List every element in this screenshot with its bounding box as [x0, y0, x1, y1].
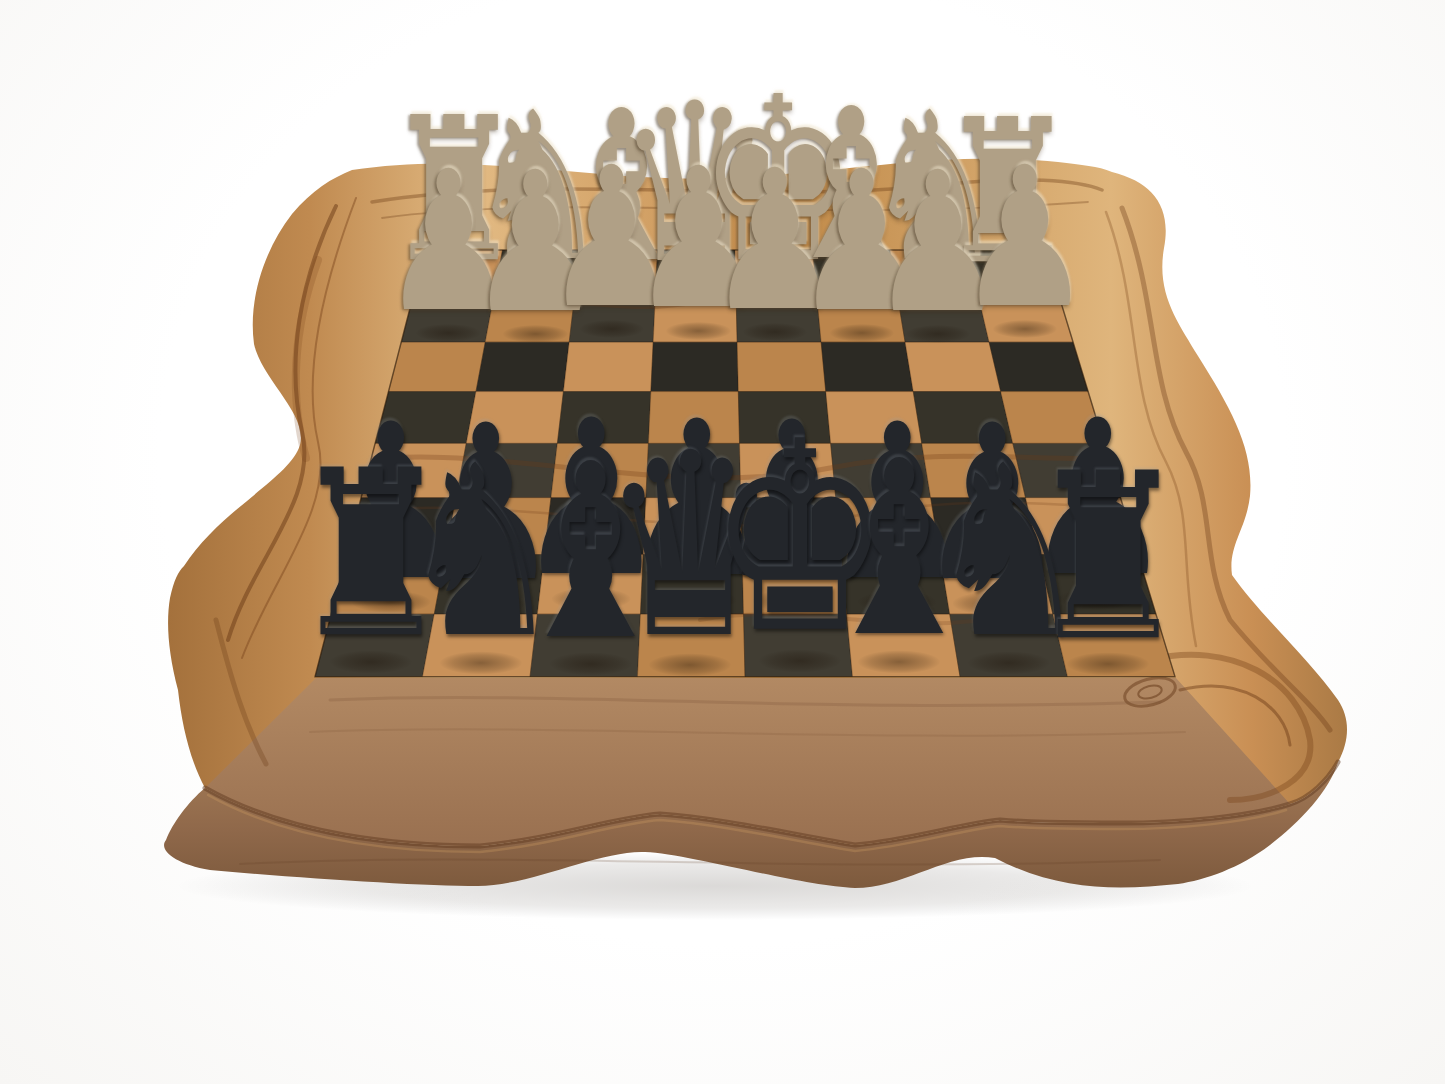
piece-black-rook[interactable]: ♜: [1028, 496, 1189, 666]
piece-white-pawn[interactable]: ♟: [957, 188, 1093, 332]
chess-photo-scene: ♜♞♝♛♚♝♞♜♟♟♟♟♟♟♟♟♟♟♟♟♟♟♟♟♜♞♝♛♚♝♞♜: [0, 0, 1445, 1084]
